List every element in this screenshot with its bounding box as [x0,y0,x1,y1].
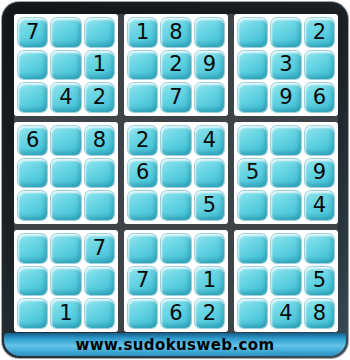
sudoku-cell-r4c4[interactable]: 2 [128,126,157,155]
sudoku-cell-r8c7[interactable] [238,267,267,296]
sudoku-cell-r8c4[interactable]: 7 [128,267,157,296]
sudoku-cell-r7c2[interactable] [51,234,80,263]
sudoku-cell-r2c7[interactable] [238,51,267,80]
sudoku-board: 7142182972396682465594717162548 [14,14,338,332]
sudoku-cell-r7c8[interactable] [271,234,300,263]
sudoku-cell-r8c9[interactable]: 5 [305,267,334,296]
sudoku-box-5: 2465 [124,122,228,224]
sudoku-cell-r1c2[interactable] [51,18,80,47]
sudoku-box-8: 7162 [124,230,228,332]
sudoku-cell-r7c5[interactable] [161,234,190,263]
sudoku-cell-r2c4[interactable] [128,51,157,80]
sudoku-cell-r9c7[interactable] [238,299,267,328]
sudoku-cell-r4c6[interactable]: 4 [195,126,224,155]
sudoku-cell-r4c1[interactable]: 6 [18,126,47,155]
sudoku-cell-r8c3[interactable] [85,267,114,296]
sudoku-cell-r7c3[interactable]: 7 [85,234,114,263]
sudoku-cell-r9c8[interactable]: 4 [271,299,300,328]
sudoku-cell-r8c6[interactable]: 1 [195,267,224,296]
footer-bar: www.sudokusweb.com [4,333,346,356]
sudoku-cell-r1c4[interactable]: 1 [128,18,157,47]
sudoku-cell-r5c5[interactable] [161,159,190,188]
sudoku-cell-r9c2[interactable]: 1 [51,299,80,328]
sudoku-cell-r5c7[interactable]: 5 [238,159,267,188]
sudoku-cell-r1c8[interactable] [271,18,300,47]
sudoku-box-7: 71 [14,230,118,332]
sudoku-cell-r8c2[interactable] [51,267,80,296]
sudoku-cell-r6c2[interactable] [51,191,80,220]
sudoku-cell-r3c3[interactable]: 2 [85,83,114,112]
sudoku-cell-r6c1[interactable] [18,191,47,220]
sudoku-cell-r1c6[interactable] [195,18,224,47]
sudoku-cell-r5c3[interactable] [85,159,114,188]
sudoku-cell-r7c9[interactable] [305,234,334,263]
sudoku-cell-r9c5[interactable]: 6 [161,299,190,328]
sudoku-box-3: 2396 [234,14,338,116]
sudoku-cell-r3c9[interactable]: 6 [305,83,334,112]
sudoku-cell-r2c2[interactable] [51,51,80,80]
sudoku-cell-r7c1[interactable] [18,234,47,263]
sudoku-cell-r3c2[interactable]: 4 [51,83,80,112]
sudoku-cell-r9c9[interactable]: 8 [305,299,334,328]
sudoku-cell-r6c6[interactable]: 5 [195,191,224,220]
sudoku-cell-r4c2[interactable] [51,126,80,155]
sudoku-cell-r2c5[interactable]: 2 [161,51,190,80]
sudoku-cell-r2c6[interactable]: 9 [195,51,224,80]
sudoku-cell-r1c5[interactable]: 8 [161,18,190,47]
sudoku-box-9: 548 [234,230,338,332]
sudoku-cell-r4c3[interactable]: 8 [85,126,114,155]
sudoku-box-4: 68 [14,122,118,224]
sudoku-cell-r6c4[interactable] [128,191,157,220]
sudoku-cell-r9c4[interactable] [128,299,157,328]
sudoku-cell-r2c1[interactable] [18,51,47,80]
sudoku-cell-r2c8[interactable]: 3 [271,51,300,80]
sudoku-box-2: 18297 [124,14,228,116]
sudoku-widget: 7142182972396682465594717162548 www.sudo… [1,1,349,359]
sudoku-cell-r5c2[interactable] [51,159,80,188]
sudoku-cell-r9c3[interactable] [85,299,114,328]
website-link[interactable]: www.sudokusweb.com [75,336,274,354]
sudoku-cell-r4c8[interactable] [271,126,300,155]
sudoku-cell-r6c8[interactable] [271,191,300,220]
sudoku-cell-r7c4[interactable] [128,234,157,263]
sudoku-cell-r9c1[interactable] [18,299,47,328]
sudoku-cell-r3c6[interactable] [195,83,224,112]
sudoku-cell-r3c8[interactable]: 9 [271,83,300,112]
sudoku-cell-r6c9[interactable]: 4 [305,191,334,220]
sudoku-cell-r1c9[interactable]: 2 [305,18,334,47]
sudoku-cell-r6c3[interactable] [85,191,114,220]
sudoku-cell-r4c9[interactable] [305,126,334,155]
sudoku-cell-r8c8[interactable] [271,267,300,296]
sudoku-cell-r4c7[interactable] [238,126,267,155]
sudoku-cell-r2c9[interactable] [305,51,334,80]
sudoku-cell-r5c8[interactable] [271,159,300,188]
sudoku-cell-r5c6[interactable] [195,159,224,188]
sudoku-cell-r7c7[interactable] [238,234,267,263]
sudoku-cell-r2c3[interactable]: 1 [85,51,114,80]
sudoku-box-1: 7142 [14,14,118,116]
sudoku-cell-r4c5[interactable] [161,126,190,155]
sudoku-cell-r8c1[interactable] [18,267,47,296]
sudoku-box-6: 594 [234,122,338,224]
sudoku-cell-r5c4[interactable]: 6 [128,159,157,188]
sudoku-cell-r1c1[interactable]: 7 [18,18,47,47]
sudoku-cell-r1c3[interactable] [85,18,114,47]
sudoku-cell-r3c7[interactable] [238,83,267,112]
sudoku-cell-r1c7[interactable] [238,18,267,47]
sudoku-cell-r6c5[interactable] [161,191,190,220]
sudoku-cell-r3c1[interactable] [18,83,47,112]
sudoku-cell-r6c7[interactable] [238,191,267,220]
sudoku-cell-r5c9[interactable]: 9 [305,159,334,188]
sudoku-cell-r8c5[interactable] [161,267,190,296]
sudoku-cell-r5c1[interactable] [18,159,47,188]
sudoku-cell-r3c4[interactable] [128,83,157,112]
sudoku-cell-r7c6[interactable] [195,234,224,263]
sudoku-cell-r3c5[interactable]: 7 [161,83,190,112]
sudoku-cell-r9c6[interactable]: 2 [195,299,224,328]
